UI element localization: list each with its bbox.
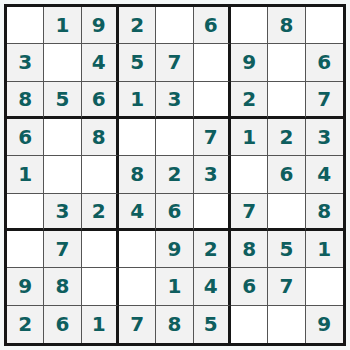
cell-r6c8[interactable] <box>268 194 305 231</box>
cell-r1c9[interactable] <box>306 7 343 44</box>
cell-r2c9: 6 <box>306 44 343 81</box>
cell-r6c7: 7 <box>231 194 268 231</box>
cell-r5c5: 2 <box>156 156 193 193</box>
cell-r2c5: 7 <box>156 44 193 81</box>
cell-r7c6: 2 <box>194 231 231 268</box>
cell-r8c7: 6 <box>231 268 268 305</box>
cell-r6c1[interactable] <box>7 194 44 231</box>
cell-r6c9: 8 <box>306 194 343 231</box>
cell-r3c5: 3 <box>156 82 193 119</box>
cell-r4c4[interactable] <box>119 119 156 156</box>
cell-r3c6[interactable] <box>194 82 231 119</box>
cell-r1c4: 2 <box>119 7 156 44</box>
cell-r4c8: 2 <box>268 119 305 156</box>
cell-r9c9: 9 <box>306 306 343 343</box>
cell-r8c3[interactable] <box>82 268 119 305</box>
cell-r6c2: 3 <box>44 194 81 231</box>
cell-r2c1: 3 <box>7 44 44 81</box>
cell-r7c5: 9 <box>156 231 193 268</box>
cell-r1c2: 1 <box>44 7 81 44</box>
cell-r5c6: 3 <box>194 156 231 193</box>
cell-r4c6: 7 <box>194 119 231 156</box>
cell-r2c8[interactable] <box>268 44 305 81</box>
cell-r5c2[interactable] <box>44 156 81 193</box>
cell-r5c1: 1 <box>7 156 44 193</box>
cell-r6c6[interactable] <box>194 194 231 231</box>
cell-r4c5[interactable] <box>156 119 193 156</box>
cell-r9c2: 6 <box>44 306 81 343</box>
cell-r4c3: 8 <box>82 119 119 156</box>
cell-r1c5[interactable] <box>156 7 193 44</box>
cell-r8c1: 9 <box>7 268 44 305</box>
cell-r9c5: 8 <box>156 306 193 343</box>
cell-r7c9: 1 <box>306 231 343 268</box>
cell-r7c2: 7 <box>44 231 81 268</box>
cell-r4c2[interactable] <box>44 119 81 156</box>
cell-r9c1: 2 <box>7 306 44 343</box>
sudoku-page: 1926834579685613276871231823643246787928… <box>0 0 350 350</box>
cell-r9c6: 5 <box>194 306 231 343</box>
cell-r5c8: 6 <box>268 156 305 193</box>
cell-r7c3[interactable] <box>82 231 119 268</box>
cell-r7c7: 8 <box>231 231 268 268</box>
cell-r5c7[interactable] <box>231 156 268 193</box>
cell-r1c6: 6 <box>194 7 231 44</box>
cell-r8c6: 4 <box>194 268 231 305</box>
cell-r4c7: 1 <box>231 119 268 156</box>
cell-r2c6[interactable] <box>194 44 231 81</box>
cell-r7c4[interactable] <box>119 231 156 268</box>
cell-r3c8[interactable] <box>268 82 305 119</box>
cell-r1c8: 8 <box>268 7 305 44</box>
cell-r1c1[interactable] <box>7 7 44 44</box>
cell-r9c7[interactable] <box>231 306 268 343</box>
cell-r7c8: 5 <box>268 231 305 268</box>
cell-r3c7: 2 <box>231 82 268 119</box>
cell-r2c2[interactable] <box>44 44 81 81</box>
cell-r2c7: 9 <box>231 44 268 81</box>
sudoku-board: 1926834579685613276871231823643246787928… <box>4 4 346 346</box>
cell-r2c4: 5 <box>119 44 156 81</box>
cell-r3c1: 8 <box>7 82 44 119</box>
cell-r1c7[interactable] <box>231 7 268 44</box>
cell-r8c2: 8 <box>44 268 81 305</box>
cell-r3c3: 6 <box>82 82 119 119</box>
cell-r8c9[interactable] <box>306 268 343 305</box>
cell-r3c9: 7 <box>306 82 343 119</box>
cell-r4c9: 3 <box>306 119 343 156</box>
cell-r5c9: 4 <box>306 156 343 193</box>
cell-r3c2: 5 <box>44 82 81 119</box>
cell-r9c3: 1 <box>82 306 119 343</box>
cell-r1c3: 9 <box>82 7 119 44</box>
cell-r5c3[interactable] <box>82 156 119 193</box>
cell-r8c4[interactable] <box>119 268 156 305</box>
cell-r8c8: 7 <box>268 268 305 305</box>
cell-r5c4: 8 <box>119 156 156 193</box>
cell-r2c3: 4 <box>82 44 119 81</box>
cell-r9c8[interactable] <box>268 306 305 343</box>
cell-r3c4: 1 <box>119 82 156 119</box>
cell-r6c5: 6 <box>156 194 193 231</box>
cell-r8c5: 1 <box>156 268 193 305</box>
cell-r6c4: 4 <box>119 194 156 231</box>
cell-r9c4: 7 <box>119 306 156 343</box>
cell-r7c1[interactable] <box>7 231 44 268</box>
cell-r4c1: 6 <box>7 119 44 156</box>
cell-r6c3: 2 <box>82 194 119 231</box>
